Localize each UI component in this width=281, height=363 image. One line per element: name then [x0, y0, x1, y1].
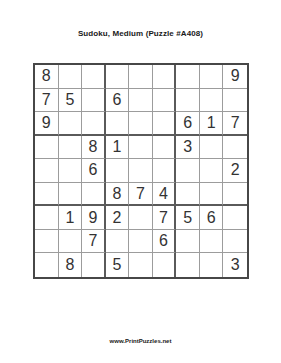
cell-r6c3[interactable] — [82, 183, 106, 207]
cell-r8c1[interactable] — [35, 230, 59, 254]
cell-r7c1[interactable] — [35, 206, 59, 230]
cell-r3c2[interactable] — [59, 112, 83, 136]
cell-r2c2: 5 — [59, 89, 83, 113]
cell-r4c9[interactable] — [223, 136, 247, 160]
cell-r5c8[interactable] — [200, 159, 224, 183]
cell-r8c5[interactable] — [129, 230, 153, 254]
cell-r1c5[interactable] — [129, 65, 153, 89]
cell-r9c5[interactable] — [129, 253, 153, 277]
cell-r3c7: 6 — [176, 112, 200, 136]
cell-r4c5[interactable] — [129, 136, 153, 160]
cell-r4c4: 1 — [106, 136, 130, 160]
cell-r7c5[interactable] — [129, 206, 153, 230]
cell-r2c5[interactable] — [129, 89, 153, 113]
cell-r8c3: 7 — [82, 230, 106, 254]
cell-r7c6: 7 — [153, 206, 177, 230]
cell-r3c5[interactable] — [129, 112, 153, 136]
cell-r1c4[interactable] — [106, 65, 130, 89]
cell-r7c9[interactable] — [223, 206, 247, 230]
cell-r5c1[interactable] — [35, 159, 59, 183]
cell-r5c6[interactable] — [153, 159, 177, 183]
cell-r6c7[interactable] — [176, 183, 200, 207]
cell-r4c3: 8 — [82, 136, 106, 160]
cell-r5c7[interactable] — [176, 159, 200, 183]
page: Sudoku, Medium (Puzzle #A408) 8975696178… — [0, 0, 281, 363]
cell-r4c2[interactable] — [59, 136, 83, 160]
cell-r6c5: 7 — [129, 183, 153, 207]
cell-r8c4[interactable] — [106, 230, 130, 254]
cell-r3c9: 7 — [223, 112, 247, 136]
cell-r3c6[interactable] — [153, 112, 177, 136]
cell-r1c7[interactable] — [176, 65, 200, 89]
footer-url: www.PrintPuzzles.net — [0, 338, 281, 344]
cell-r2c6[interactable] — [153, 89, 177, 113]
cell-r1c8[interactable] — [200, 65, 224, 89]
cell-r5c5[interactable] — [129, 159, 153, 183]
cell-r5c4[interactable] — [106, 159, 130, 183]
cell-r9c3[interactable] — [82, 253, 106, 277]
cell-r4c6[interactable] — [153, 136, 177, 160]
cell-r5c3: 6 — [82, 159, 106, 183]
cell-r6c1[interactable] — [35, 183, 59, 207]
cell-r1c9: 9 — [223, 65, 247, 89]
cell-r7c8: 6 — [200, 206, 224, 230]
cell-r1c6[interactable] — [153, 65, 177, 89]
cell-r4c1[interactable] — [35, 136, 59, 160]
cell-r7c7: 5 — [176, 206, 200, 230]
cell-r2c4: 6 — [106, 89, 130, 113]
cell-r3c8: 1 — [200, 112, 224, 136]
cell-r7c3: 9 — [82, 206, 106, 230]
cell-r8c2[interactable] — [59, 230, 83, 254]
cell-r2c9[interactable] — [223, 89, 247, 113]
page-title: Sudoku, Medium (Puzzle #A408) — [0, 29, 281, 38]
cell-r4c7: 3 — [176, 136, 200, 160]
cell-r9c6[interactable] — [153, 253, 177, 277]
cell-r4c8[interactable] — [200, 136, 224, 160]
cell-r1c1: 8 — [35, 65, 59, 89]
cell-r9c2: 8 — [59, 253, 83, 277]
cell-r9c8[interactable] — [200, 253, 224, 277]
cell-r8c6: 6 — [153, 230, 177, 254]
cell-r5c2[interactable] — [59, 159, 83, 183]
cell-r5c9: 2 — [223, 159, 247, 183]
cell-r3c1: 9 — [35, 112, 59, 136]
cell-r2c1: 7 — [35, 89, 59, 113]
cell-r2c7[interactable] — [176, 89, 200, 113]
cell-r9c1[interactable] — [35, 253, 59, 277]
cell-r7c2: 1 — [59, 206, 83, 230]
cell-r6c2[interactable] — [59, 183, 83, 207]
cell-r2c8[interactable] — [200, 89, 224, 113]
cell-r8c8[interactable] — [200, 230, 224, 254]
cell-r9c7[interactable] — [176, 253, 200, 277]
cell-r1c3[interactable] — [82, 65, 106, 89]
cell-r1c2[interactable] — [59, 65, 83, 89]
cell-r8c9[interactable] — [223, 230, 247, 254]
cell-r6c9[interactable] — [223, 183, 247, 207]
cell-r8c7[interactable] — [176, 230, 200, 254]
cell-r6c8[interactable] — [200, 183, 224, 207]
sudoku-board: 8975696178136287419275676853 — [33, 63, 249, 279]
cell-r3c3[interactable] — [82, 112, 106, 136]
cell-r9c9: 3 — [223, 253, 247, 277]
cell-r6c6: 4 — [153, 183, 177, 207]
cell-r9c4: 5 — [106, 253, 130, 277]
cell-r2c3[interactable] — [82, 89, 106, 113]
cell-r3c4[interactable] — [106, 112, 130, 136]
cell-r7c4: 2 — [106, 206, 130, 230]
cell-r6c4: 8 — [106, 183, 130, 207]
